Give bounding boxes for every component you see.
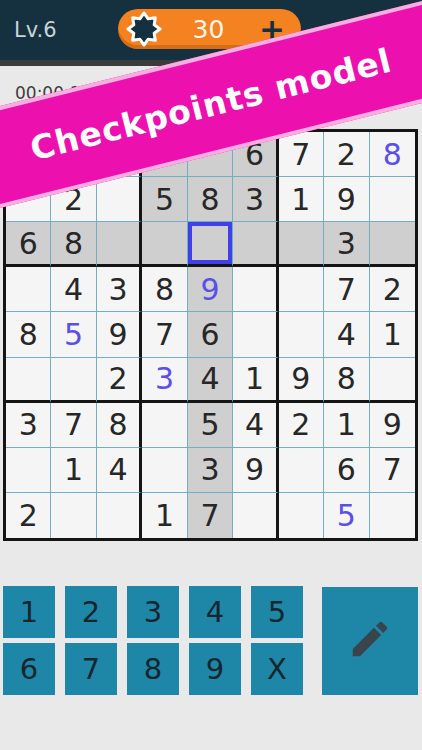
sudoku-cell-r9c7[interactable] (279, 493, 324, 538)
sudoku-cell-r3c1[interactable]: 6 (6, 222, 51, 267)
sudoku-cell-r6c1[interactable] (6, 358, 51, 403)
sudoku-cell-r9c4[interactable]: 1 (142, 493, 187, 538)
sudoku-cell-r4c6[interactable] (233, 267, 278, 312)
sudoku-cell-r4c8[interactable]: 7 (324, 267, 369, 312)
numpad-key-7[interactable]: 7 (65, 643, 117, 695)
numpad-key-x[interactable]: X (251, 643, 303, 695)
sudoku-cell-r2c9[interactable] (370, 177, 415, 222)
sudoku-cell-r8c3[interactable]: 4 (97, 448, 142, 493)
sudoku-cell-r3c4[interactable] (142, 222, 187, 267)
sudoku-cell-r3c6[interactable] (233, 222, 278, 267)
sudoku-cell-r3c8[interactable]: 3 (324, 222, 369, 267)
sudoku-cell-r6c3[interactable]: 2 (97, 358, 142, 403)
sudoku-cell-r8c8[interactable]: 6 (324, 448, 369, 493)
numpad-key-5[interactable]: 5 (251, 586, 303, 638)
sudoku-cell-r7c8[interactable]: 1 (324, 403, 369, 448)
sudoku-cell-r9c8[interactable]: 5 (324, 493, 369, 538)
sudoku-cell-r5c7[interactable] (279, 312, 324, 357)
numpad-key-3[interactable]: 3 (127, 586, 179, 638)
sudoku-cell-r7c7[interactable]: 2 (279, 403, 324, 448)
numpad-key-8[interactable]: 8 (127, 643, 179, 695)
sudoku-cell-r8c2[interactable]: 1 (51, 448, 96, 493)
numpad-key-1[interactable]: 1 (3, 586, 55, 638)
sudoku-cell-r7c6[interactable]: 4 (233, 403, 278, 448)
coin-count: 30 (162, 15, 259, 44)
number-pad: 123456789X (3, 586, 303, 695)
sudoku-cell-r4c1[interactable] (6, 267, 51, 312)
pencil-icon (347, 616, 393, 666)
sudoku-cell-r6c7[interactable]: 9 (279, 358, 324, 403)
sudoku-cell-r5c9[interactable]: 1 (370, 312, 415, 357)
sudoku-cell-r6c2[interactable] (51, 358, 96, 403)
sudoku-cell-r1c7[interactable]: 7 (279, 132, 324, 177)
sudoku-cell-r4c3[interactable]: 3 (97, 267, 142, 312)
sudoku-cell-r6c9[interactable] (370, 358, 415, 403)
sudoku-cell-r1c9[interactable]: 8 (370, 132, 415, 177)
sudoku-cell-r4c4[interactable]: 8 (142, 267, 187, 312)
sudoku-cell-r5c8[interactable]: 4 (324, 312, 369, 357)
sudoku-cell-r9c2[interactable] (51, 493, 96, 538)
sudoku-cell-r6c4[interactable]: 3 (142, 358, 187, 403)
sudoku-cell-r8c1[interactable] (6, 448, 51, 493)
app-screen: Lv.6 30 + 00:00:1 6728258319683438972859… (0, 0, 422, 750)
sudoku-cell-r4c5[interactable]: 9 (188, 267, 233, 312)
sudoku-cell-r6c6[interactable]: 1 (233, 358, 278, 403)
sudoku-cell-r8c5[interactable]: 3 (188, 448, 233, 493)
sudoku-cell-r2c8[interactable]: 9 (324, 177, 369, 222)
sudoku-cell-r1c8[interactable]: 2 (324, 132, 369, 177)
sudoku-cell-r7c3[interactable]: 8 (97, 403, 142, 448)
sudoku-cell-r7c2[interactable]: 7 (51, 403, 96, 448)
sudoku-cell-r6c5[interactable]: 4 (188, 358, 233, 403)
sudoku-cell-r3c3[interactable] (97, 222, 142, 267)
sudoku-cell-r6c8[interactable]: 8 (324, 358, 369, 403)
numpad-key-4[interactable]: 4 (189, 586, 241, 638)
pencil-mode-button[interactable] (322, 587, 418, 695)
sudoku-cell-r2c4[interactable]: 5 (142, 177, 187, 222)
numpad-key-2[interactable]: 2 (65, 586, 117, 638)
star-coin-icon (126, 11, 162, 47)
sudoku-cell-r8c6[interactable]: 9 (233, 448, 278, 493)
sudoku-cell-r5c2[interactable]: 5 (51, 312, 96, 357)
numpad-key-6[interactable]: 6 (3, 643, 55, 695)
sudoku-cell-r8c4[interactable] (142, 448, 187, 493)
sudoku-cell-r2c3[interactable] (97, 177, 142, 222)
sudoku-cell-r2c6[interactable]: 3 (233, 177, 278, 222)
sudoku-cell-r7c1[interactable]: 3 (6, 403, 51, 448)
sudoku-cell-r7c9[interactable]: 9 (370, 403, 415, 448)
sudoku-cell-r8c7[interactable] (279, 448, 324, 493)
sudoku-cell-r5c1[interactable]: 8 (6, 312, 51, 357)
sudoku-cell-r3c7[interactable] (279, 222, 324, 267)
sudoku-cell-r9c1[interactable]: 2 (6, 493, 51, 538)
sudoku-cell-r4c7[interactable] (279, 267, 324, 312)
sudoku-cell-r3c5[interactable] (188, 222, 233, 267)
sudoku-cell-r5c6[interactable] (233, 312, 278, 357)
sudoku-cell-r3c2[interactable]: 8 (51, 222, 96, 267)
sudoku-cell-r3c9[interactable] (370, 222, 415, 267)
sudoku-cell-r2c7[interactable]: 1 (279, 177, 324, 222)
sudoku-cell-r2c5[interactable]: 8 (188, 177, 233, 222)
sudoku-cell-r8c9[interactable]: 7 (370, 448, 415, 493)
sudoku-cell-r9c9[interactable] (370, 493, 415, 538)
level-label: Lv.6 (14, 0, 57, 60)
sudoku-cell-r9c3[interactable] (97, 493, 142, 538)
sudoku-cell-r5c4[interactable]: 7 (142, 312, 187, 357)
sudoku-cell-r4c9[interactable]: 2 (370, 267, 415, 312)
sudoku-cell-r9c6[interactable] (233, 493, 278, 538)
numpad-key-9[interactable]: 9 (189, 643, 241, 695)
sudoku-cell-r5c5[interactable]: 6 (188, 312, 233, 357)
sudoku-cell-r7c5[interactable]: 5 (188, 403, 233, 448)
sudoku-cell-r4c2[interactable]: 4 (51, 267, 96, 312)
sudoku-cell-r9c5[interactable]: 7 (188, 493, 233, 538)
sudoku-cell-r7c4[interactable] (142, 403, 187, 448)
sudoku-cell-r5c3[interactable]: 9 (97, 312, 142, 357)
